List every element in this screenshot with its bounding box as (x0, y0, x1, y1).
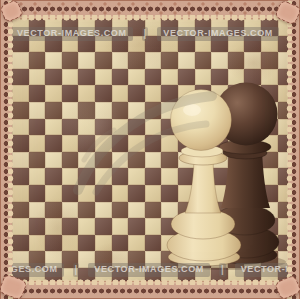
board-square (112, 135, 129, 152)
board-square (228, 168, 245, 185)
board-square (161, 268, 178, 282)
board-square (12, 185, 29, 202)
board-square (62, 19, 79, 36)
board-square (78, 202, 95, 219)
board-square (145, 251, 162, 268)
board-square (62, 235, 79, 252)
board-square (78, 168, 95, 185)
board-square (12, 251, 29, 268)
board-square (12, 69, 29, 86)
board-square (45, 268, 62, 282)
board-square (145, 268, 162, 282)
board-square (211, 52, 228, 69)
board-square (278, 168, 289, 185)
board-square (261, 52, 278, 69)
board-square (178, 19, 195, 36)
board-square (195, 202, 212, 219)
board-square (62, 218, 79, 235)
board-square (12, 235, 29, 252)
board-square (145, 235, 162, 252)
board-square (244, 235, 261, 252)
board-square (78, 52, 95, 69)
board-square (161, 168, 178, 185)
board-square (62, 168, 79, 185)
board-square (12, 218, 29, 235)
board-square (278, 202, 289, 219)
board-square (128, 185, 145, 202)
board-square (128, 152, 145, 169)
board-square (261, 251, 278, 268)
board-square (195, 119, 212, 136)
board-square (278, 19, 289, 36)
board-square (128, 235, 145, 252)
board-square (128, 202, 145, 219)
board-square (145, 102, 162, 119)
board-square (62, 135, 79, 152)
board-square (128, 251, 145, 268)
board-square (45, 69, 62, 86)
board-square (161, 218, 178, 235)
board-square (45, 235, 62, 252)
board-square (178, 235, 195, 252)
board-square (211, 235, 228, 252)
board-square (211, 185, 228, 202)
board-square (244, 218, 261, 235)
board-square (244, 52, 261, 69)
board-square (161, 235, 178, 252)
board-square (244, 251, 261, 268)
board-square (178, 119, 195, 136)
board-square (62, 36, 79, 53)
board-square (195, 251, 212, 268)
board-square (145, 85, 162, 102)
watermark-separator: | (288, 27, 295, 41)
board-square (78, 69, 95, 86)
board-square (95, 52, 112, 69)
board-square (211, 36, 228, 53)
board-square (128, 69, 145, 86)
board-square (228, 36, 245, 53)
board-square (78, 36, 95, 53)
board-square (161, 251, 178, 268)
board-square (195, 85, 212, 102)
board-square (112, 19, 129, 36)
board-square (278, 36, 289, 53)
board-square (62, 102, 79, 119)
board-square (195, 185, 212, 202)
board-square (29, 218, 46, 235)
board-square (95, 152, 112, 169)
board-square (228, 268, 245, 282)
board-square (62, 85, 79, 102)
board-square (112, 202, 129, 219)
board-square (12, 202, 29, 219)
board-square (195, 152, 212, 169)
board-square (95, 119, 112, 136)
board-square (62, 152, 79, 169)
board-square (112, 102, 129, 119)
board-square (128, 218, 145, 235)
board-square (228, 119, 245, 136)
board-square (12, 268, 29, 282)
board-square (45, 135, 62, 152)
board-square (178, 251, 195, 268)
board-square (29, 52, 46, 69)
board-square (228, 251, 245, 268)
board-square (45, 202, 62, 219)
board-square (161, 19, 178, 36)
board-square (211, 152, 228, 169)
board-square (278, 268, 289, 282)
board-square (78, 251, 95, 268)
board-square (12, 85, 29, 102)
board-square (178, 202, 195, 219)
board-square (244, 135, 261, 152)
board-square (112, 251, 129, 268)
board-square (228, 19, 245, 36)
board-square (228, 85, 245, 102)
board-square (278, 102, 289, 119)
board-square (29, 185, 46, 202)
board-square (228, 185, 245, 202)
board-square (244, 202, 261, 219)
board-square (29, 251, 46, 268)
board-square (211, 218, 228, 235)
board-square (29, 36, 46, 53)
board-square (145, 202, 162, 219)
board-square (128, 102, 145, 119)
board-square (128, 52, 145, 69)
board-square (278, 52, 289, 69)
board-square (228, 69, 245, 86)
board-square (78, 152, 95, 169)
board-square (244, 102, 261, 119)
board-square (211, 268, 228, 282)
board-square (112, 119, 129, 136)
board-square (211, 119, 228, 136)
board-square (261, 102, 278, 119)
board-square (161, 119, 178, 136)
board-square (178, 152, 195, 169)
board-square (95, 85, 112, 102)
board-square (45, 52, 62, 69)
board-square (195, 19, 212, 36)
board-square (45, 251, 62, 268)
board-square (244, 268, 261, 282)
board-square (12, 19, 29, 36)
board-square (244, 19, 261, 36)
board-square (45, 119, 62, 136)
board-square (29, 69, 46, 86)
board-square (12, 135, 29, 152)
board-square (62, 52, 79, 69)
board-square (261, 85, 278, 102)
board-square (112, 152, 129, 169)
board-square (45, 85, 62, 102)
board-square (95, 185, 112, 202)
board-square (128, 168, 145, 185)
board-square (78, 119, 95, 136)
board-square (261, 268, 278, 282)
board-square (12, 102, 29, 119)
board-square (178, 85, 195, 102)
board-square (195, 36, 212, 53)
board-square (278, 85, 289, 102)
board-square (195, 168, 212, 185)
board-square (211, 135, 228, 152)
board-square (95, 135, 112, 152)
board-square (78, 185, 95, 202)
board-square (29, 135, 46, 152)
board-square (195, 235, 212, 252)
board-square (12, 168, 29, 185)
board-square (278, 251, 289, 268)
board-square (95, 168, 112, 185)
board-square (112, 235, 129, 252)
board-square (29, 19, 46, 36)
board-square (261, 185, 278, 202)
board-square (178, 185, 195, 202)
board-square (178, 135, 195, 152)
board-square (261, 202, 278, 219)
lace-border-left (0, 0, 12, 299)
board-square (244, 85, 261, 102)
board-square (278, 152, 289, 169)
board-square (228, 52, 245, 69)
board-square (228, 135, 245, 152)
board-square (211, 102, 228, 119)
board-square (78, 85, 95, 102)
board-square (261, 119, 278, 136)
board-square (78, 218, 95, 235)
board-square (261, 152, 278, 169)
board-square (244, 119, 261, 136)
board-square (12, 36, 29, 53)
board-square (45, 168, 62, 185)
board-square (278, 185, 289, 202)
board-square (29, 268, 46, 282)
board-square (29, 102, 46, 119)
board-square (161, 152, 178, 169)
board-square (128, 135, 145, 152)
board-square (211, 69, 228, 86)
board-square (161, 135, 178, 152)
board-square (145, 19, 162, 36)
board-square (62, 185, 79, 202)
board-square (228, 235, 245, 252)
board-square (161, 202, 178, 219)
board-square (78, 102, 95, 119)
board-square (195, 52, 212, 69)
board-square (112, 185, 129, 202)
board-square (12, 152, 29, 169)
board-square (145, 152, 162, 169)
board-square (161, 52, 178, 69)
board-square (178, 52, 195, 69)
board-square (211, 19, 228, 36)
board-square (261, 135, 278, 152)
board-square (29, 152, 46, 169)
board-square (128, 119, 145, 136)
board-square (29, 119, 46, 136)
board-square (278, 69, 289, 86)
board-square (62, 69, 79, 86)
board-square (228, 152, 245, 169)
board-square (228, 218, 245, 235)
board-square (145, 168, 162, 185)
board-square (112, 268, 129, 282)
board-square (128, 19, 145, 36)
board-square (78, 135, 95, 152)
board-square (261, 168, 278, 185)
board-square (78, 235, 95, 252)
lace-border-right (288, 0, 300, 299)
board-square (29, 235, 46, 252)
board-square (95, 69, 112, 86)
board-square (128, 268, 145, 282)
board-square (211, 202, 228, 219)
board-square (78, 19, 95, 36)
board-square (62, 268, 79, 282)
board-square (62, 251, 79, 268)
board-square (112, 36, 129, 53)
board-square (145, 52, 162, 69)
board-square (12, 52, 29, 69)
board-square (178, 168, 195, 185)
board-square (128, 85, 145, 102)
board-square (161, 185, 178, 202)
board-square (195, 135, 212, 152)
board-square (211, 251, 228, 268)
board-square (45, 218, 62, 235)
board-square (161, 85, 178, 102)
board-square (95, 19, 112, 36)
board-square (178, 268, 195, 282)
board-square (95, 218, 112, 235)
board-square (261, 69, 278, 86)
board-square (161, 69, 178, 86)
board-square (261, 36, 278, 53)
board-square (95, 202, 112, 219)
board-square (112, 85, 129, 102)
board-square (211, 168, 228, 185)
board-square (195, 69, 212, 86)
board-square (112, 168, 129, 185)
board-square (95, 102, 112, 119)
board-square (178, 69, 195, 86)
board-square (62, 202, 79, 219)
board-square (228, 202, 245, 219)
board-square (244, 36, 261, 53)
board-square (228, 102, 245, 119)
board-square (12, 119, 29, 136)
board-square (244, 152, 261, 169)
lace-border-bottom (0, 281, 300, 299)
board-square (244, 185, 261, 202)
board-square (278, 135, 289, 152)
board-square (45, 102, 62, 119)
board-square (145, 69, 162, 86)
board-square (178, 218, 195, 235)
vintage-chess-card: VECTOR-IMAGES.COM|VECTOR-IMAGES.COM|VECT… (0, 0, 300, 299)
board-square (128, 36, 145, 53)
board-square (145, 36, 162, 53)
board-square (161, 36, 178, 53)
board-square (45, 36, 62, 53)
board-square (261, 218, 278, 235)
board-square (261, 19, 278, 36)
board-square (95, 268, 112, 282)
chess-board (12, 19, 288, 282)
board-square (261, 235, 278, 252)
board-square (145, 135, 162, 152)
board-square (161, 102, 178, 119)
board-square (112, 52, 129, 69)
board-square (211, 85, 228, 102)
board-square (145, 218, 162, 235)
board-square (195, 218, 212, 235)
board-square (29, 202, 46, 219)
board-square (95, 251, 112, 268)
board-square (178, 102, 195, 119)
board-square (244, 168, 261, 185)
board-square (29, 168, 46, 185)
board-square (95, 36, 112, 53)
board-square (45, 185, 62, 202)
board-square (112, 218, 129, 235)
board-square (195, 102, 212, 119)
board-square (95, 235, 112, 252)
board-square (145, 119, 162, 136)
board-square (112, 69, 129, 86)
board-square (78, 268, 95, 282)
board-square (145, 185, 162, 202)
board-square (278, 119, 289, 136)
board-square (45, 152, 62, 169)
board-square (178, 36, 195, 53)
board-square (29, 85, 46, 102)
board-square (195, 268, 212, 282)
board-square (278, 218, 289, 235)
board-square (244, 69, 261, 86)
board-square (62, 119, 79, 136)
board-square (278, 235, 289, 252)
lace-border-top (0, 0, 300, 19)
board-square (45, 19, 62, 36)
